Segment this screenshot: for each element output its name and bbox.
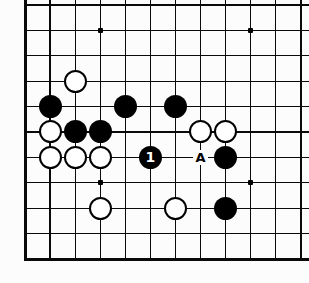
black-stone: [114, 95, 137, 118]
white-stone: [89, 197, 112, 220]
black-stone: 1: [139, 146, 162, 169]
black-stone: [164, 95, 187, 118]
black-stone: [214, 146, 237, 169]
black-stone: [39, 95, 62, 118]
go-board: 1A: [0, 0, 309, 283]
star-point: [248, 28, 253, 33]
white-stone: [64, 70, 87, 93]
star-point: [98, 28, 103, 33]
white-stone: [189, 120, 212, 143]
white-stone: [164, 197, 187, 220]
black-stone: [64, 120, 87, 143]
white-stone: [214, 120, 237, 143]
point-label-A: A: [193, 150, 208, 165]
stones-grid: 1A: [12, 0, 309, 272]
white-stone: [64, 146, 87, 169]
star-point: [98, 180, 103, 185]
white-stone: [39, 146, 62, 169]
go-diagram-page: 1A: [0, 0, 309, 283]
black-stone: [89, 120, 112, 143]
white-stone: [89, 146, 112, 169]
star-point: [248, 180, 253, 185]
black-stone: [214, 197, 237, 220]
move-number-label: 1: [146, 150, 156, 164]
white-stone: [39, 120, 62, 143]
